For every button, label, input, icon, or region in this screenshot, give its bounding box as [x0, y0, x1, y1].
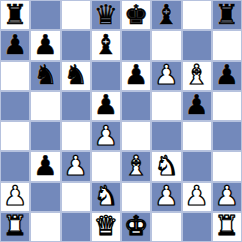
square-b1[interactable]	[30, 212, 60, 242]
square-g8[interactable]	[182, 0, 212, 30]
square-d7[interactable]: ♝	[91, 30, 121, 60]
square-e2[interactable]	[121, 182, 151, 212]
square-d8[interactable]: ♛	[91, 0, 121, 30]
white-knight-d2: ♞	[94, 182, 118, 209]
square-b6[interactable]: ♞	[30, 61, 60, 91]
square-b2[interactable]	[30, 182, 60, 212]
square-h6[interactable]: ♟	[212, 61, 242, 91]
white-pawn-h2: ♟	[215, 182, 239, 209]
white-king-e1: ♚	[124, 212, 148, 239]
square-d5[interactable]: ♟	[91, 91, 121, 121]
square-f6[interactable]: ♟	[151, 61, 181, 91]
square-c4[interactable]	[61, 121, 91, 151]
square-c6[interactable]: ♞	[61, 61, 91, 91]
white-bishop-g6: ♝	[185, 61, 209, 88]
square-a8[interactable]: ♜	[0, 0, 30, 30]
black-knight-c6: ♞	[64, 61, 88, 88]
chess-board-container: ♜♛♚♝♜♟♟♝♞♞♟♟♝♟♟♟♟♟♟♝♞♟♞♟♟♟♜♛♚♜	[0, 0, 242, 242]
white-pawn-c3: ♟	[64, 152, 88, 179]
square-g5[interactable]: ♟	[182, 91, 212, 121]
square-e5[interactable]	[121, 91, 151, 121]
square-h5[interactable]	[212, 91, 242, 121]
square-f3[interactable]: ♞	[151, 151, 181, 181]
black-bishop-d7: ♝	[94, 31, 118, 58]
square-g2[interactable]: ♟	[182, 182, 212, 212]
square-f5[interactable]	[151, 91, 181, 121]
square-c2[interactable]	[61, 182, 91, 212]
square-a3[interactable]	[0, 151, 30, 181]
white-rook-h1: ♜	[215, 212, 239, 239]
square-h8[interactable]: ♜	[212, 0, 242, 30]
square-b7[interactable]: ♟	[30, 30, 60, 60]
white-knight-f3: ♞	[154, 152, 178, 179]
square-e3[interactable]: ♝	[121, 151, 151, 181]
square-a5[interactable]	[0, 91, 30, 121]
square-g1[interactable]	[182, 212, 212, 242]
square-g6[interactable]: ♝	[182, 61, 212, 91]
square-d3[interactable]	[91, 151, 121, 181]
black-rook-h8: ♜	[215, 1, 239, 28]
square-c1[interactable]	[61, 212, 91, 242]
square-c7[interactable]	[61, 30, 91, 60]
black-pawn-a7: ♟	[3, 31, 27, 58]
black-king-e8: ♚	[124, 1, 148, 28]
square-e8[interactable]: ♚	[121, 0, 151, 30]
chess-board: ♜♛♚♝♜♟♟♝♞♞♟♟♝♟♟♟♟♟♟♝♞♟♞♟♟♟♜♛♚♜	[0, 0, 242, 242]
square-h2[interactable]: ♟	[212, 182, 242, 212]
square-e4[interactable]	[121, 121, 151, 151]
square-d2[interactable]: ♞	[91, 182, 121, 212]
square-f7[interactable]	[151, 30, 181, 60]
square-a7[interactable]: ♟	[0, 30, 30, 60]
square-e7[interactable]	[121, 30, 151, 60]
square-a2[interactable]: ♟	[0, 182, 30, 212]
square-e1[interactable]: ♚	[121, 212, 151, 242]
square-a4[interactable]	[0, 121, 30, 151]
black-knight-b6: ♞	[33, 61, 57, 88]
square-f4[interactable]	[151, 121, 181, 151]
square-f8[interactable]: ♝	[151, 0, 181, 30]
white-pawn-g2: ♟	[185, 182, 209, 209]
square-f2[interactable]: ♟	[151, 182, 181, 212]
square-h3[interactable]	[212, 151, 242, 181]
square-b8[interactable]	[30, 0, 60, 30]
square-h7[interactable]	[212, 30, 242, 60]
black-pawn-b7: ♟	[33, 31, 57, 58]
square-b4[interactable]	[30, 121, 60, 151]
square-f1[interactable]	[151, 212, 181, 242]
square-c5[interactable]	[61, 91, 91, 121]
black-bishop-f8: ♝	[154, 1, 178, 28]
square-c8[interactable]	[61, 0, 91, 30]
square-e6[interactable]: ♟	[121, 61, 151, 91]
square-a1[interactable]: ♜	[0, 212, 30, 242]
square-g3[interactable]	[182, 151, 212, 181]
black-pawn-g5: ♟	[185, 91, 209, 118]
black-rook-a8: ♜	[3, 1, 27, 28]
white-pawn-a2: ♟	[3, 182, 27, 209]
black-pawn-d5: ♟	[94, 91, 118, 118]
white-rook-a1: ♜	[3, 212, 27, 239]
square-h4[interactable]	[212, 121, 242, 151]
square-d6[interactable]	[91, 61, 121, 91]
white-bishop-e3: ♝	[124, 152, 148, 179]
square-d4[interactable]: ♟	[91, 121, 121, 151]
square-b5[interactable]	[30, 91, 60, 121]
black-pawn-h6: ♟	[215, 61, 239, 88]
square-b3[interactable]: ♟	[30, 151, 60, 181]
black-pawn-b3: ♟	[33, 152, 57, 179]
square-c3[interactable]: ♟	[61, 151, 91, 181]
square-d1[interactable]: ♛	[91, 212, 121, 242]
square-a6[interactable]	[0, 61, 30, 91]
square-h1[interactable]: ♜	[212, 212, 242, 242]
white-pawn-f6: ♟	[154, 61, 178, 88]
black-queen-d8: ♛	[94, 1, 118, 28]
white-queen-d1: ♛	[94, 212, 118, 239]
square-g7[interactable]	[182, 30, 212, 60]
square-g4[interactable]	[182, 121, 212, 151]
white-pawn-f2: ♟	[154, 182, 178, 209]
black-pawn-e6: ♟	[124, 61, 148, 88]
white-pawn-d4: ♟	[94, 122, 118, 149]
